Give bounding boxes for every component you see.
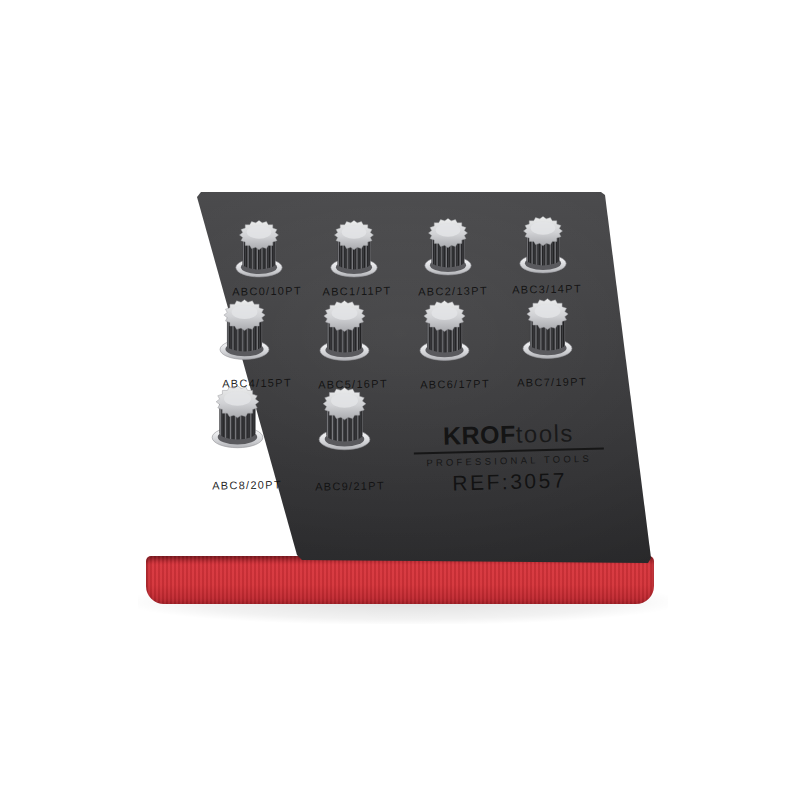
socket-abc9-21pt: [316, 384, 373, 451]
socket-label: ABC0/10PT: [221, 284, 313, 298]
brand-wordmark: KROFtools: [413, 418, 604, 455]
socket-label: ABC8/20PT: [201, 478, 293, 492]
spline-socket-icon: [417, 297, 472, 361]
spline-socket-icon: [233, 217, 285, 278]
product-photo: ABC0/10PT ABC1/11PT ABC2/13PT ABC3/14PT …: [0, 0, 800, 800]
spline-socket-icon: [520, 295, 575, 359]
socket-label: ABC4/15PT: [211, 376, 303, 390]
brand-name: KROF: [443, 420, 517, 451]
spline-socket-icon: [517, 213, 569, 274]
socket-label: ABC6/17PT: [409, 377, 501, 391]
red-foam-base: [146, 556, 654, 604]
brand-engraving: KROFtools PROFESSIONAL TOOLS REF:3057: [413, 418, 605, 497]
spline-socket-icon: [316, 384, 373, 451]
socket-label: ABC1/11PT: [311, 284, 403, 298]
socket-label: ABC9/21PT: [304, 479, 396, 493]
socket-label: ABC5/16PT: [307, 377, 399, 391]
socket-abc2-13pt: [422, 215, 474, 276]
spline-socket-icon: [328, 217, 380, 278]
socket-abc3-14pt: [517, 213, 569, 274]
socket-label: ABC3/14PT: [501, 282, 593, 296]
socket-abc7-19pt: [520, 295, 575, 359]
spline-socket-icon: [317, 297, 372, 361]
brand-suffix: tools: [515, 419, 574, 449]
brand-tagline: PROFESSIONAL TOOLS: [414, 453, 604, 469]
socket-abc5-16pt: [317, 297, 372, 361]
socket-abc0-10pt: [233, 217, 285, 278]
socket-abc8-20pt: [209, 382, 266, 449]
socket-abc6-17pt: [417, 297, 472, 361]
spline-socket-icon: [209, 382, 266, 449]
socket-abc1-11pt: [328, 217, 380, 278]
socket-label: ABC2/13PT: [407, 284, 499, 298]
spline-socket-icon: [422, 215, 474, 276]
socket-abc4-15pt: [217, 296, 272, 360]
spline-socket-icon: [217, 296, 272, 360]
socket-label: ABC7/19PT: [506, 375, 598, 389]
product-reference: REF:3057: [414, 468, 605, 497]
